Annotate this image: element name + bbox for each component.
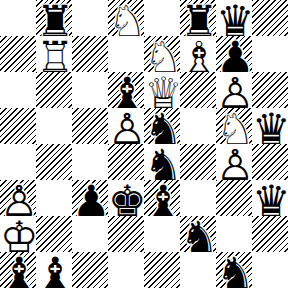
chess-board: ♜♜♞♘♜♜♛♛♜♖♞♘♝♗♟♟♝♝♛♕♟♙♟♙♞♞♞♘♛♛♞♞♟♙♟♙♟♟♚♚… <box>0 0 288 288</box>
square-e2[interactable] <box>144 216 180 252</box>
black-queen-piece[interactable]: ♛♛ <box>216 0 252 36</box>
black-queen-piece[interactable]: ♛♛ <box>252 180 288 216</box>
square-f2[interactable]: ♞♞ <box>180 216 216 252</box>
white-knight-piece[interactable]: ♞♘ <box>108 0 144 36</box>
square-d4[interactable] <box>108 144 144 180</box>
square-a4[interactable] <box>0 144 36 180</box>
square-h5[interactable]: ♛♛ <box>252 108 288 144</box>
square-a5[interactable] <box>0 108 36 144</box>
square-h2[interactable] <box>252 216 288 252</box>
square-a7[interactable] <box>0 36 36 72</box>
square-a6[interactable] <box>0 72 36 108</box>
square-d6[interactable]: ♝♝ <box>108 72 144 108</box>
black-knight-glyph: ♞ <box>216 252 255 288</box>
square-b4[interactable] <box>36 144 72 180</box>
black-rook-piece[interactable]: ♜♜ <box>36 0 72 36</box>
white-pawn-piece[interactable]: ♟♙ <box>216 72 252 108</box>
square-g6[interactable]: ♟♙ <box>216 72 252 108</box>
white-queen-piece[interactable]: ♛♕ <box>144 72 180 108</box>
square-g4[interactable]: ♟♙ <box>216 144 252 180</box>
square-g2[interactable] <box>216 216 252 252</box>
square-f8[interactable]: ♜♜ <box>180 0 216 36</box>
black-bishop-piece[interactable]: ♝♝ <box>144 180 180 216</box>
white-pawn-piece[interactable]: ♟♙ <box>216 144 252 180</box>
square-c4[interactable] <box>72 144 108 180</box>
square-d8[interactable]: ♞♘ <box>108 0 144 36</box>
square-f4[interactable] <box>180 144 216 180</box>
square-e4[interactable]: ♞♞ <box>144 144 180 180</box>
square-b6[interactable] <box>36 72 72 108</box>
square-b8[interactable]: ♜♜ <box>36 0 72 36</box>
white-knight-piece[interactable]: ♞♘ <box>144 36 180 72</box>
square-b2[interactable] <box>36 216 72 252</box>
black-knight-piece[interactable]: ♞♞ <box>180 216 216 252</box>
square-d5[interactable]: ♟♙ <box>108 108 144 144</box>
square-f7[interactable]: ♝♗ <box>180 36 216 72</box>
white-knight-piece[interactable]: ♞♘ <box>216 108 252 144</box>
square-g3[interactable] <box>216 180 252 216</box>
square-f3[interactable] <box>180 180 216 216</box>
square-b5[interactable] <box>36 108 72 144</box>
black-bishop-piece[interactable]: ♝♝ <box>108 72 144 108</box>
black-knight-piece[interactable]: ♞♞ <box>216 252 252 288</box>
black-bishop-piece[interactable]: ♝♝ <box>36 252 72 288</box>
white-pawn-piece[interactable]: ♟♙ <box>0 180 36 216</box>
square-h3[interactable]: ♛♛ <box>252 180 288 216</box>
square-f5[interactable] <box>180 108 216 144</box>
square-c1[interactable] <box>72 252 108 288</box>
square-g5[interactable]: ♞♘ <box>216 108 252 144</box>
black-pawn-piece[interactable]: ♟♟ <box>216 36 252 72</box>
black-rook-piece[interactable]: ♜♜ <box>180 0 216 36</box>
black-knight-piece[interactable]: ♞♞ <box>144 144 180 180</box>
square-h7[interactable] <box>252 36 288 72</box>
square-e5[interactable]: ♞♞ <box>144 108 180 144</box>
black-queen-piece[interactable]: ♛♛ <box>252 108 288 144</box>
square-a8[interactable] <box>0 0 36 36</box>
square-e8[interactable] <box>144 0 180 36</box>
white-rook-piece[interactable]: ♜♖ <box>36 36 72 72</box>
square-e1[interactable] <box>144 252 180 288</box>
white-pawn-piece[interactable]: ♟♙ <box>108 108 144 144</box>
square-e3[interactable]: ♝♝ <box>144 180 180 216</box>
black-king-piece[interactable]: ♚♚ <box>108 180 144 216</box>
square-c6[interactable] <box>72 72 108 108</box>
square-h6[interactable] <box>252 72 288 108</box>
square-d7[interactable] <box>108 36 144 72</box>
square-g1[interactable]: ♞♞ <box>216 252 252 288</box>
white-king-piece[interactable]: ♚♔ <box>0 216 36 252</box>
square-c5[interactable] <box>72 108 108 144</box>
square-f6[interactable] <box>180 72 216 108</box>
square-h1[interactable] <box>252 252 288 288</box>
square-a2[interactable]: ♚♔ <box>0 216 36 252</box>
black-bishop-piece[interactable]: ♝♝ <box>0 252 36 288</box>
square-c3[interactable]: ♟♟ <box>72 180 108 216</box>
square-h4[interactable] <box>252 144 288 180</box>
square-c8[interactable] <box>72 0 108 36</box>
square-a1[interactable]: ♝♝ <box>0 252 36 288</box>
square-d3[interactable]: ♚♚ <box>108 180 144 216</box>
square-e7[interactable]: ♞♘ <box>144 36 180 72</box>
square-f1[interactable] <box>180 252 216 288</box>
square-c7[interactable] <box>72 36 108 72</box>
square-g8[interactable]: ♛♛ <box>216 0 252 36</box>
square-e6[interactable]: ♛♕ <box>144 72 180 108</box>
square-c2[interactable] <box>72 216 108 252</box>
square-b1[interactable]: ♝♝ <box>36 252 72 288</box>
square-g7[interactable]: ♟♟ <box>216 36 252 72</box>
square-b3[interactable] <box>36 180 72 216</box>
black-bishop-glyph: ♝ <box>0 252 39 288</box>
black-pawn-piece[interactable]: ♟♟ <box>72 180 108 216</box>
black-bishop-glyph: ♝ <box>36 252 75 288</box>
square-d2[interactable] <box>108 216 144 252</box>
square-a3[interactable]: ♟♙ <box>0 180 36 216</box>
square-d1[interactable] <box>108 252 144 288</box>
white-bishop-piece[interactable]: ♝♗ <box>180 36 216 72</box>
black-knight-piece[interactable]: ♞♞ <box>144 108 180 144</box>
square-b7[interactable]: ♜♖ <box>36 36 72 72</box>
square-h8[interactable] <box>252 0 288 36</box>
